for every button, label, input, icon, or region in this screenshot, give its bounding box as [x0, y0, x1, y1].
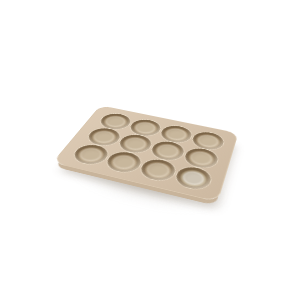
photo-caption: 12-cup non-stick muffin baking pan [0, 0, 1, 1]
product-photo-scene: 12-cup non-stick muffin baking pan [0, 0, 300, 300]
muffin-cup [69, 142, 112, 166]
muffin-cup [102, 150, 144, 175]
muffin-cup [172, 164, 213, 191]
muffin-cup [137, 157, 178, 183]
